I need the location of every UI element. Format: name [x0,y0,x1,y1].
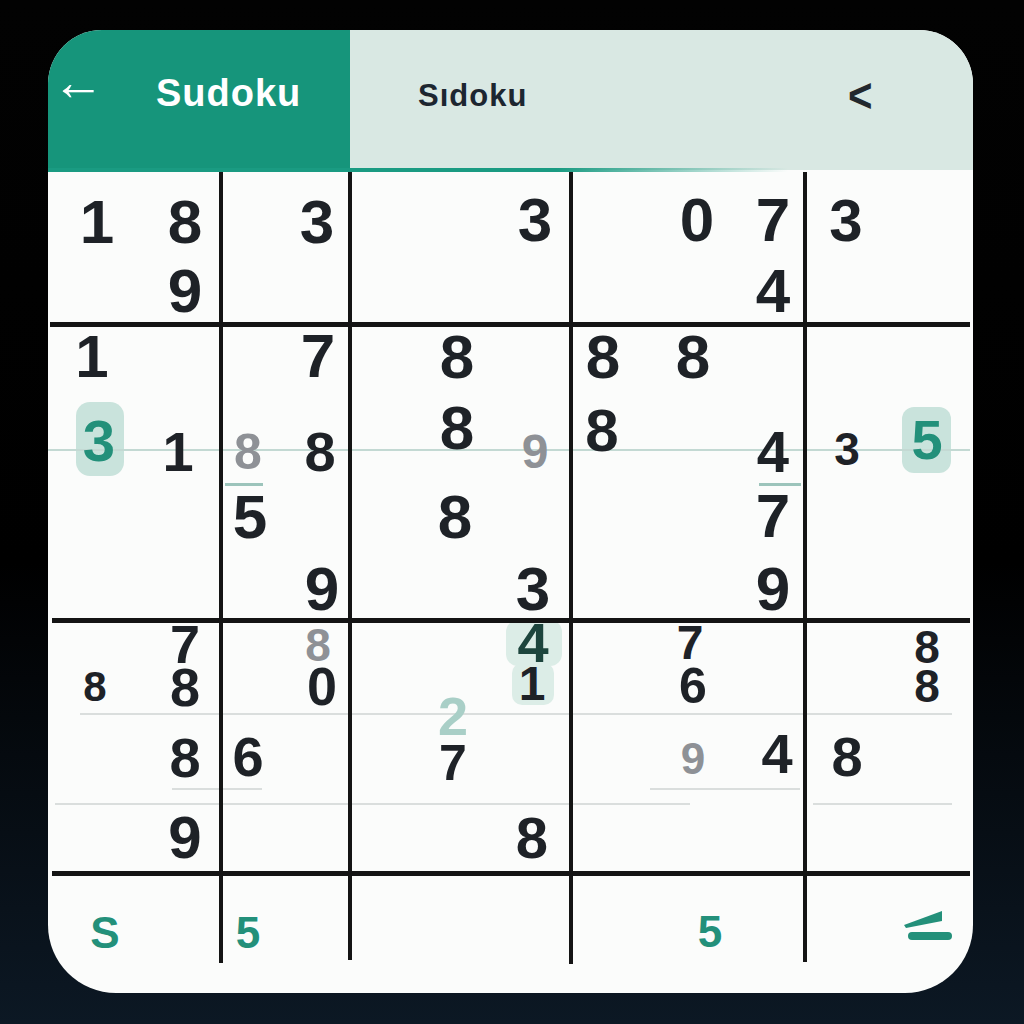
cell-digit-5[interactable]: 5 [233,486,267,548]
cell-digit-3[interactable]: 3 [829,191,862,251]
thin-grid-line [80,713,952,715]
cell-digit-8[interactable]: 8 [170,660,200,714]
cell-digit-9[interactable]: 9 [756,558,790,620]
cell-digit-4[interactable]: 4 [761,726,792,782]
cell-digit-9[interactable]: 9 [681,737,705,781]
cell-digit-8[interactable]: 8 [83,666,106,708]
cell-digit-9[interactable]: 9 [168,808,201,868]
thick-grid-line-vertical [348,172,352,960]
cell-digit-5[interactable]: 5 [236,911,260,955]
cell-digit-7[interactable]: 7 [301,325,335,387]
cell-digit-4[interactable]: 4 [757,423,789,481]
cell-digit-7[interactable]: 7 [439,738,467,788]
cell-digit-5[interactable]: 5 [911,412,942,468]
header-underline [48,168,973,172]
page-title: Sudoku [156,72,301,115]
cell-digit-3[interactable]: 3 [834,426,860,472]
cell-digit-0[interactable]: 0 [307,659,337,713]
chevron-left-icon[interactable]: < [848,68,873,123]
cell-digit-8[interactable]: 8 [168,191,202,253]
cell-digit-0[interactable]: 0 [680,189,714,251]
cell-digit-8[interactable]: 8 [304,424,335,480]
cell-digit-1[interactable]: 1 [80,191,114,253]
page-subtitle: Sıdoku [418,78,527,114]
cell-digit-6[interactable]: 6 [679,661,707,711]
cell-digit-8[interactable]: 8 [169,730,200,786]
cell-digit-1[interactable]: 1 [75,327,108,387]
cell-digit-8[interactable]: 8 [438,486,472,548]
cell-digit-3[interactable]: 3 [300,191,334,253]
cell-digit-3[interactable]: 3 [518,189,552,251]
thin-grid-line [813,803,952,805]
cell-digit-8[interactable]: 8 [676,326,710,388]
cell-digit-4[interactable]: 4 [756,260,790,322]
cell-digit-7[interactable]: 7 [756,485,790,547]
screen: ← Sudoku Sıdoku < 1833073941788831888984… [0,0,1024,1024]
cell-digit-8[interactable]: 8 [440,397,474,459]
cell-digit-8[interactable]: 8 [914,663,940,709]
back-arrow-icon[interactable]: ← [52,56,104,108]
cell-digit-8[interactable]: 8 [234,427,262,477]
cell-digit-5[interactable]: 5 [698,910,722,954]
thick-grid-line-vertical [569,172,573,964]
cell-digit-1[interactable]: 1 [162,424,193,480]
thick-grid-line-vertical [803,172,807,962]
cell-digit-8[interactable]: 8 [585,401,618,461]
cell-digit-8[interactable]: 8 [440,326,474,388]
cell-digit-9[interactable]: 9 [522,428,549,476]
thick-grid-line-horizontal [52,871,970,876]
cell-digit-1[interactable]: 1 [519,660,546,708]
wedge-underline-marker-icon[interactable] [896,906,954,948]
cell-digit-8[interactable]: 8 [831,729,862,785]
thin-grid-line [650,788,800,790]
thick-grid-line-vertical [219,172,223,963]
cell-digit-S[interactable]: S [90,911,119,955]
cell-digit-8[interactable]: 8 [586,326,620,388]
cell-digit-7[interactable]: 7 [756,189,790,251]
thin-grid-line [55,803,690,805]
cell-digit-8[interactable]: 8 [516,809,548,867]
cell-digit-6[interactable]: 6 [232,729,263,785]
cell-digit-3[interactable]: 3 [83,412,115,470]
cell-digit-9[interactable]: 9 [168,260,202,322]
cell-digit-9[interactable]: 9 [305,558,339,620]
